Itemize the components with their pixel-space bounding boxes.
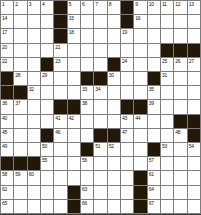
cell-r13c6[interactable] [68,171,80,184]
cell-r4c12[interactable] [148,44,160,57]
cell-r11c9[interactable]: 52 [108,143,120,156]
cell-r2c11[interactable]: 16 [134,15,146,28]
block-r10c4 [41,129,53,142]
cell-r12c14[interactable] [174,157,186,170]
cell-r1c2[interactable]: 2 [14,1,26,14]
cell-r10c6[interactable] [68,129,80,142]
clue-number-10: 10 [149,1,154,7]
block-r6c7 [81,72,93,85]
cell-r14c14[interactable] [174,186,186,199]
clue-number-66: 66 [82,200,87,206]
cell-r11c11[interactable] [134,143,146,156]
cell-r7c7[interactable]: 33 [81,86,93,99]
clue-number-37: 37 [15,100,20,106]
cell-r2c15[interactable] [188,15,200,28]
cell-r6c5[interactable] [54,72,66,85]
cell-r9c13[interactable] [161,115,173,128]
clue-number-51: 51 [95,143,100,149]
cell-r11c8[interactable]: 51 [94,143,106,156]
clue-number-35: 35 [149,86,154,92]
cell-r9c5[interactable]: 41 [54,115,66,128]
clue-number-48: 48 [175,129,180,135]
cell-r6c6[interactable] [68,72,80,85]
cell-r12c5[interactable] [54,157,66,170]
clue-number-15: 15 [69,15,74,21]
block-r2c10 [121,15,133,28]
clue-number-16: 16 [135,15,140,21]
clue-number-67: 67 [149,200,154,206]
cell-r1c15[interactable]: 13 [188,1,200,14]
clue-number-31: 31 [162,72,167,78]
cell-r2c13[interactable] [161,15,173,28]
clue-number-65: 65 [2,200,7,206]
cell-r2c2[interactable] [14,15,26,28]
cell-r14c3[interactable] [28,186,40,199]
cell-r2c4[interactable] [41,15,53,28]
clue-number-17: 17 [2,29,7,35]
block-r4c15 [188,44,200,57]
cell-r11c15[interactable]: 54 [188,143,200,156]
cell-r2c6[interactable]: 15 [68,15,80,28]
cell-r5c12[interactable] [148,58,160,71]
cell-r3c13[interactable] [161,29,173,42]
block-r12c2 [14,157,26,170]
cell-r5c13[interactable]: 25 [161,58,173,71]
cell-r5c6[interactable] [68,58,80,71]
cell-r11c1[interactable]: 49 [1,143,13,156]
cell-r15c15[interactable] [188,200,200,213]
cell-r9c7[interactable] [81,115,93,128]
cell-r13c7[interactable] [81,171,93,184]
cell-r15c14[interactable] [174,200,186,213]
cell-r14c7[interactable]: 63 [81,186,93,199]
cell-r10c11[interactable] [134,129,146,142]
clue-number-22: 22 [2,58,7,64]
cell-r11c2[interactable] [14,143,26,156]
cell-r10c5[interactable]: 46 [54,129,66,142]
clue-number-42: 42 [69,115,74,121]
cell-r3c9[interactable] [108,29,120,42]
cell-r5c14[interactable]: 26 [174,58,186,71]
cell-r12c15[interactable] [188,157,200,170]
cell-r15c12[interactable]: 67 [148,200,160,213]
cell-r15c9[interactable] [108,200,120,213]
cell-r5c1[interactable]: 22 [1,58,13,71]
clue-number-9: 9 [135,1,137,7]
cell-r11c3[interactable] [28,143,40,156]
clue-number-19: 19 [122,29,127,35]
cell-r2c3[interactable] [28,15,40,28]
clue-number-43: 43 [122,115,127,121]
clue-number-33: 33 [82,86,87,92]
block-r8c5 [54,100,66,113]
block-r15c6 [68,200,80,213]
clue-number-12: 12 [175,1,180,7]
block-r6c1 [1,72,13,85]
cell-r15c5[interactable] [54,200,66,213]
block-r12c1 [1,157,13,170]
cell-r1c1[interactable]: 1 [1,1,13,14]
cell-r3c1[interactable]: 17 [1,29,13,42]
cell-r5c11[interactable] [134,58,146,71]
cell-r4c10[interactable] [121,44,133,57]
cell-r9c2[interactable] [14,115,26,128]
cell-r12c11[interactable] [134,157,146,170]
cell-r13c5[interactable] [54,171,66,184]
cell-r6c10[interactable] [121,72,133,85]
clue-number-32: 32 [29,86,34,92]
clue-number-1: 1 [2,1,4,7]
cell-r3c15[interactable] [188,29,200,42]
cell-r10c13[interactable] [161,129,173,142]
clue-number-50: 50 [42,143,47,149]
clue-number-28: 28 [15,72,20,78]
cell-r2c14[interactable] [174,15,186,28]
cell-r4c6[interactable] [68,44,80,57]
cell-r14c15[interactable] [188,186,200,199]
cell-r3c11[interactable] [134,29,146,42]
cell-r6c3[interactable] [28,72,40,85]
clue-number-23: 23 [55,58,60,64]
block-r2c5 [54,15,66,28]
cell-r9c12[interactable] [148,115,160,128]
clue-number-20: 20 [2,44,7,50]
cell-r2c9[interactable] [108,15,120,28]
cell-r15c10[interactable] [121,200,133,213]
cell-r3c10[interactable]: 19 [121,29,133,42]
clue-number-53: 53 [162,143,167,149]
cell-r11c6[interactable] [68,143,80,156]
cell-r1c7[interactable]: 6 [81,1,93,14]
cell-r12c4[interactable]: 55 [41,157,53,170]
block-r8c6 [68,100,80,113]
cell-r10c7[interactable] [81,129,93,142]
cell-r1c3[interactable]: 3 [28,1,40,14]
cell-r4c9[interactable] [108,44,120,57]
clue-number-26: 26 [175,58,180,64]
cell-r3c2[interactable] [14,29,26,42]
clue-number-39: 39 [149,100,154,106]
cell-r7c11[interactable] [134,86,146,99]
block-r15c11 [134,200,146,213]
cell-r15c13[interactable] [161,200,173,213]
clue-number-25: 25 [162,58,167,64]
cell-r8c1[interactable]: 36 [1,100,13,113]
block-r14c6 [68,186,80,199]
block-r10c9 [108,129,120,142]
block-r8c10 [121,100,133,113]
block-r10c8 [94,129,106,142]
cell-r15c4[interactable] [41,200,53,213]
cell-r9c11[interactable]: 44 [134,115,146,128]
clue-number-4: 4 [42,1,44,7]
cell-r15c7[interactable]: 66 [81,200,93,213]
cell-r11c14[interactable] [174,143,186,156]
clue-number-62: 62 [2,186,7,192]
cell-r7c6[interactable] [68,86,80,99]
cell-r8c2[interactable]: 37 [14,100,26,113]
cell-r10c10[interactable]: 47 [121,129,133,142]
cell-r1c13[interactable]: 11 [161,1,173,14]
cell-r11c5[interactable] [54,143,66,156]
cell-r3c7[interactable] [81,29,93,42]
cell-r3c12[interactable] [148,29,160,42]
cell-r4c4[interactable] [41,44,53,57]
clue-number-27: 27 [189,58,194,64]
clue-number-3: 3 [29,1,31,7]
cell-r2c8[interactable] [94,15,106,28]
cell-r5c15[interactable]: 27 [188,58,200,71]
block-r3c5 [54,29,66,42]
clue-number-58: 58 [2,171,7,177]
cell-r7c9[interactable] [108,86,120,99]
cell-r14c5[interactable] [54,186,66,199]
clue-number-18: 18 [69,29,74,35]
block-r1c10 [121,1,133,14]
clue-number-55: 55 [42,157,47,163]
clue-number-13: 13 [189,1,194,7]
cell-r4c1[interactable]: 20 [1,44,13,57]
cell-r14c8[interactable] [94,186,106,199]
cell-r7c12[interactable]: 35 [148,86,160,99]
clue-number-54: 54 [189,143,194,149]
cell-r5c5[interactable]: 23 [54,58,66,71]
block-r4c14 [174,44,186,57]
clue-number-44: 44 [135,115,140,121]
cell-r8c4[interactable] [41,100,53,113]
cell-r9c1[interactable]: 40 [1,115,13,128]
clue-number-2: 2 [15,1,17,7]
cell-r7c4[interactable] [41,86,53,99]
crossword-grid: 1234567891011121314151617181920212223242… [0,0,201,215]
cell-r13c13[interactable] [161,171,173,184]
cell-r15c1[interactable]: 65 [1,200,13,213]
cell-r15c8[interactable] [94,200,106,213]
cell-r11c10[interactable] [121,143,133,156]
cell-r5c2[interactable] [14,58,26,71]
cell-r1c8[interactable]: 7 [94,1,106,14]
cell-r4c11[interactable] [134,44,146,57]
cell-r8c8[interactable] [94,100,106,113]
cell-r4c5[interactable]: 21 [54,44,66,57]
cell-r12c12[interactable]: 57 [148,157,160,170]
clue-number-61: 61 [149,171,154,177]
cell-r1c6[interactable]: 5 [68,1,80,14]
clue-number-38: 38 [82,100,87,106]
block-r6c12 [148,72,160,85]
cell-r7c15[interactable] [188,86,200,99]
cell-r6c9[interactable]: 30 [108,72,120,85]
cell-r4c2[interactable] [14,44,26,57]
cell-r6c14[interactable] [174,72,186,85]
cell-r1c11[interactable]: 9 [134,1,146,14]
cell-r10c2[interactable] [14,129,26,142]
cell-r10c3[interactable] [28,129,40,142]
cell-r4c7[interactable] [81,44,93,57]
cell-r1c9[interactable]: 8 [108,1,120,14]
cell-r13c3[interactable]: 60 [28,171,40,184]
cell-r5c3[interactable] [28,58,40,71]
cell-r13c12[interactable]: 61 [148,171,160,184]
cell-r12c10[interactable] [121,157,133,170]
cell-r9c9[interactable] [108,115,120,128]
cell-r8c13[interactable] [161,100,173,113]
cell-r1c12[interactable]: 10 [148,1,160,14]
cell-r5c7[interactable] [81,58,93,71]
cell-r6c4[interactable]: 29 [41,72,53,85]
cell-r7c5[interactable] [54,86,66,99]
clue-number-46: 46 [55,129,60,135]
cell-r9c3[interactable] [28,115,40,128]
clue-number-21: 21 [55,44,60,50]
clue-number-8: 8 [109,1,111,7]
cell-r3c8[interactable] [94,29,106,42]
cell-r13c14[interactable] [174,171,186,184]
clue-number-7: 7 [95,1,97,7]
clue-number-6: 6 [82,1,84,7]
cell-r14c4[interactable] [41,186,53,199]
cell-r15c3[interactable] [28,200,40,213]
block-r10c15 [188,129,200,142]
cell-r14c10[interactable] [121,186,133,199]
block-r5c9 [108,58,120,71]
cell-r1c4[interactable]: 4 [41,1,53,14]
clue-number-36: 36 [2,100,7,106]
cell-r3c4[interactable] [41,29,53,42]
clue-number-57: 57 [149,157,154,163]
cell-r10c1[interactable]: 45 [1,129,13,142]
cell-r9c6[interactable]: 42 [68,115,80,128]
cell-r13c10[interactable] [121,171,133,184]
cell-r5c8[interactable] [94,58,106,71]
cell-r12c13[interactable] [161,157,173,170]
clue-number-24: 24 [122,58,127,64]
cell-r7c10[interactable] [121,86,133,99]
cell-r6c15[interactable] [188,72,200,85]
cell-r4c8[interactable] [94,44,106,57]
cell-r13c9[interactable] [108,171,120,184]
block-r11c7 [81,143,93,156]
block-r1c5 [54,1,66,14]
clue-number-56: 56 [82,157,87,163]
clue-number-49: 49 [2,143,7,149]
block-r8c11 [134,100,146,113]
cell-r6c2[interactable]: 28 [14,72,26,85]
cell-r14c9[interactable] [108,186,120,199]
cell-r14c12[interactable]: 64 [148,186,160,199]
cell-r9c10[interactable]: 43 [121,115,133,128]
cell-r13c8[interactable] [94,171,106,184]
clue-number-63: 63 [82,186,87,192]
cell-r10c14[interactable]: 48 [174,129,186,142]
cell-r13c15[interactable] [188,171,200,184]
cell-r14c2[interactable] [14,186,26,199]
cell-r5c10[interactable]: 24 [121,58,133,71]
cell-r13c4[interactable] [41,171,53,184]
clue-number-41: 41 [55,115,60,121]
clue-number-14: 14 [2,15,7,21]
cell-r8c7[interactable]: 38 [81,100,93,113]
clue-number-34: 34 [95,86,100,92]
cell-r7c3[interactable]: 32 [28,86,40,99]
cell-r8c15[interactable] [188,100,200,113]
block-r9c14 [174,115,186,128]
cell-r7c14[interactable] [174,86,186,99]
cell-r11c4[interactable]: 50 [41,143,53,156]
cell-r2c1[interactable]: 14 [1,15,13,28]
cell-r10c12[interactable] [148,129,160,142]
block-r4c13 [161,44,173,57]
cell-r12c7[interactable]: 56 [81,157,93,170]
clue-number-47: 47 [122,129,127,135]
clue-number-52: 52 [109,143,114,149]
cell-r8c14[interactable] [174,100,186,113]
clue-number-5: 5 [69,1,71,7]
cell-r7c13[interactable] [161,86,173,99]
cell-r9c4[interactable] [41,115,53,128]
clue-number-40: 40 [2,115,7,121]
crossword-puzzle: 1234567891011121314151617181920212223242… [0,0,201,215]
block-r13c11 [134,171,146,184]
block-r12c3 [28,157,40,170]
block-r7c2 [14,86,26,99]
cell-r14c1[interactable]: 62 [1,186,13,199]
cell-r2c7[interactable] [81,15,93,28]
clue-number-59: 59 [15,171,20,177]
clue-number-45: 45 [2,129,7,135]
cell-r3c3[interactable] [28,29,40,42]
block-r11c12 [148,143,160,156]
clue-number-29: 29 [42,72,47,78]
cell-r12c9[interactable] [108,157,120,170]
block-r7c1 [1,86,13,99]
cell-r12c8[interactable] [94,157,106,170]
clue-number-30: 30 [109,72,114,78]
cell-r6c13[interactable]: 31 [161,72,173,85]
cell-r8c3[interactable] [28,100,40,113]
cell-r3c6[interactable]: 18 [68,29,80,42]
cell-r4c3[interactable] [28,44,40,57]
block-r5c4 [41,58,53,71]
cell-r3c14[interactable] [174,29,186,42]
block-r6c8 [94,72,106,85]
cell-r12c6[interactable] [68,157,80,170]
block-r14c11 [134,186,146,199]
clue-number-11: 11 [162,1,167,7]
cell-r8c12[interactable]: 39 [148,100,160,113]
cell-r9c8[interactable] [94,115,106,128]
cell-r7c8[interactable]: 34 [94,86,106,99]
cell-r13c2[interactable]: 59 [14,171,26,184]
cell-r8c9[interactable] [108,100,120,113]
cell-r11c13[interactable]: 53 [161,143,173,156]
cell-r14c13[interactable] [161,186,173,199]
cell-r2c12[interactable] [148,15,160,28]
clue-number-64: 64 [149,186,154,192]
cell-r15c2[interactable] [14,200,26,213]
clue-number-60: 60 [29,171,34,177]
block-r9c15 [188,115,200,128]
cell-r1c14[interactable]: 12 [174,1,186,14]
cell-r6c11[interactable] [134,72,146,85]
cell-r13c1[interactable]: 58 [1,171,13,184]
